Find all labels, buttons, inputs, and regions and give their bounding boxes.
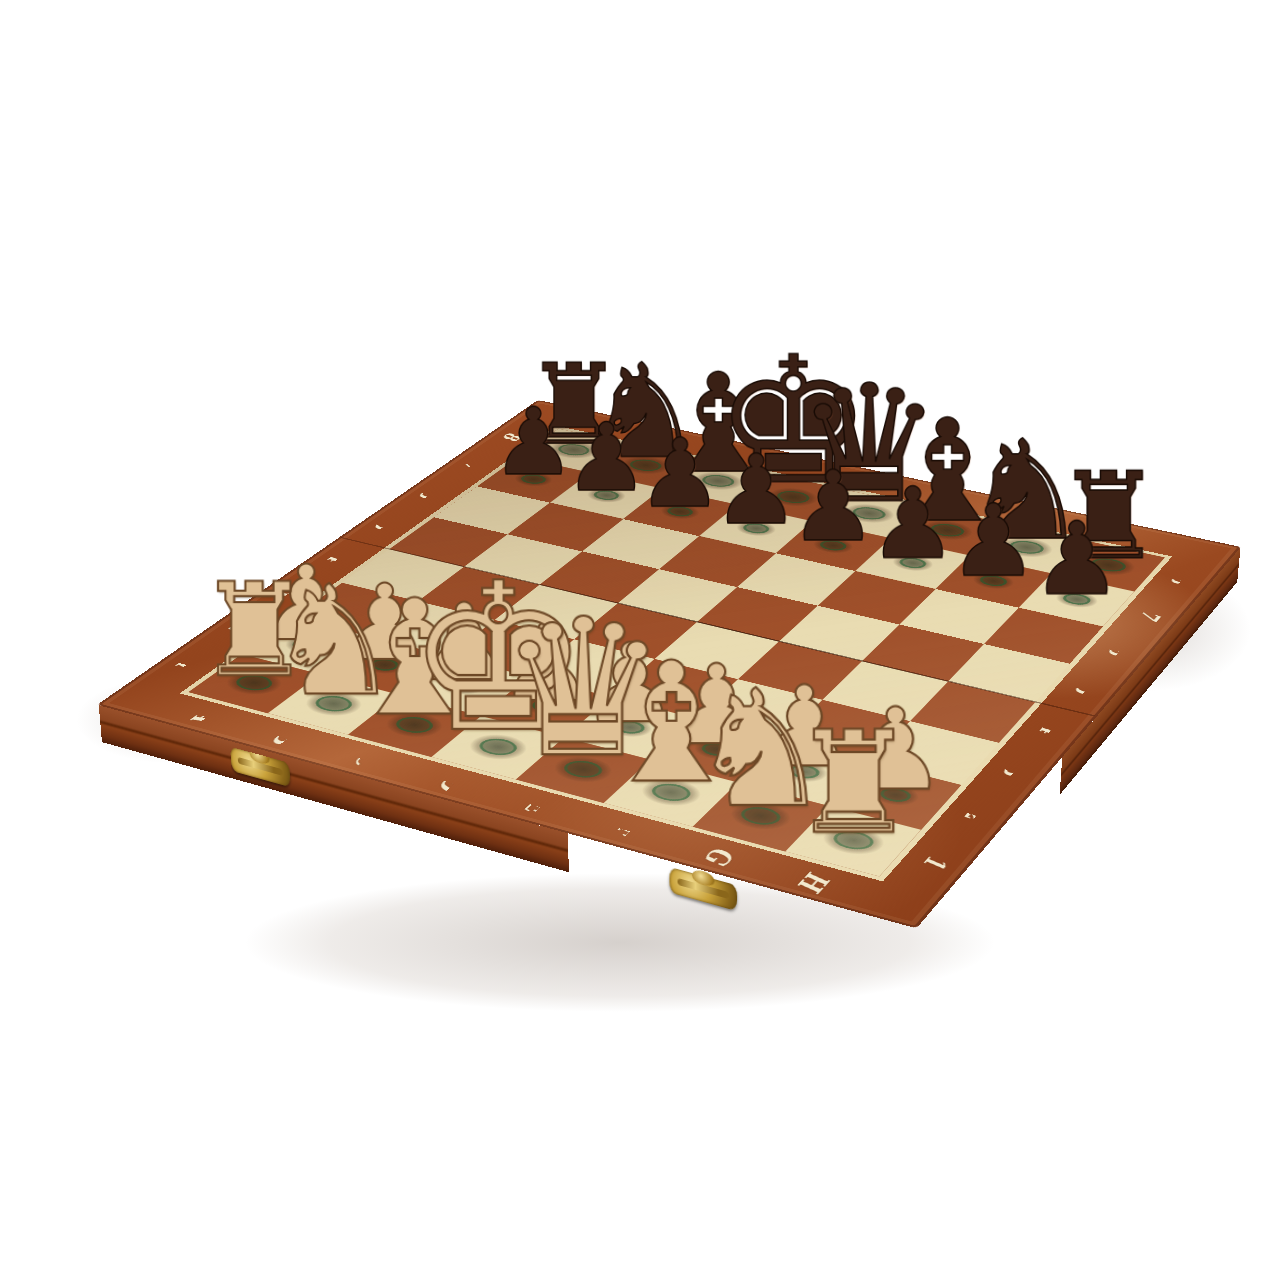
white-rook-glyph: ♜ <box>790 718 916 848</box>
chess-board: ♜♞♝♚♛♝♞♜♟♟♟♟♟♟♟♟♟♟♟♟♟♟♟♟♜♞♝♚♛♝♞♜ ABCDEFG… <box>97 400 1241 928</box>
brass-latch-right <box>669 867 737 911</box>
playing-area: ♜♞♝♚♛♝♞♜♟♟♟♟♟♟♟♟♟♟♟♟♟♟♟♟♜♞♝♚♛♝♞♜ <box>189 429 1165 877</box>
product-photo-scene: ♜♞♝♚♛♝♞♜♟♟♟♟♟♟♟♟♟♟♟♟♟♟♟♟♜♞♝♚♛♝♞♜ ABCDEFG… <box>0 0 1280 1280</box>
brass-latch-left <box>230 747 291 788</box>
square-h1[interactable]: ♜ <box>785 806 921 877</box>
